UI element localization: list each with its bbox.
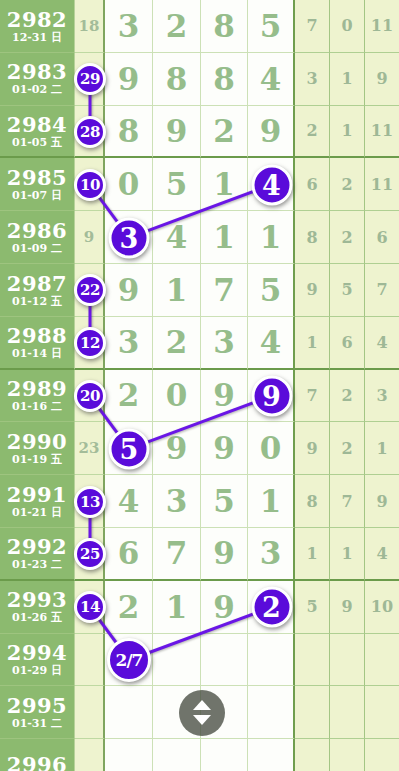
digit-cell: 9 [153,422,201,475]
digit-cell: 3 [105,0,153,53]
digit-cell: 8 [105,106,153,159]
digit-cell [201,634,248,687]
circled-digit-marker: 3 [109,217,150,258]
stat-cell: 2 [330,158,365,211]
draw-date: 01-05 五 [12,137,62,149]
sum-cell: 9 [75,211,105,264]
draw-label-cell: 2996 [0,739,75,771]
digit-cell: 9 [201,581,248,634]
draw-label-cell: 2989 01-16 二 [0,370,75,423]
stat-cell: 9 [295,264,330,317]
digit-cell: 4 [105,475,153,528]
stat-cell [295,686,330,739]
digit-cell: 2 [201,106,248,159]
draw-label-cell: 2984 01-05 五 [0,106,75,159]
stat-cell [365,634,399,687]
draw-date: 01-12 五 [12,296,62,308]
stat-cell: 10 [365,581,399,634]
stat-cell: 4 [365,528,399,581]
digit-cell: 8 [201,0,248,53]
digit-cell: 4 [248,317,295,370]
stat-cell: 5 [295,581,330,634]
stat-cell: 3 [295,53,330,106]
draw-label-cell: 2991 01-21 日 [0,475,75,528]
stat-cell: 11 [365,0,399,53]
digit-cell: 8 [153,53,201,106]
draw-label-cell: 2983 01-02 二 [0,53,75,106]
digit-cell: 9 [201,528,248,581]
digit-cell: 5 [248,0,295,53]
draw-number: 2993 [7,589,67,611]
digit-cell: 5 [248,264,295,317]
digit-cell [248,739,295,771]
draw-label-cell: 2992 01-23 二 [0,528,75,581]
up-arrow-icon [193,700,211,710]
sum-cell [75,739,105,771]
circled-sum-marker: 25 [74,538,106,570]
digit-cell: 1 [201,211,248,264]
draw-date: 01-31 二 [12,718,62,730]
digit-cell [248,686,295,739]
draw-date: 01-19 五 [12,454,62,466]
stat-cell: 9 [365,475,399,528]
circled-digit-marker: 2/7 [107,638,151,682]
draw-number: 2988 [7,325,67,347]
draw-date: 01-23 二 [12,559,62,571]
digit-cell: 1 [201,158,248,211]
digit-cell [105,739,153,771]
stat-cell: 2 [330,422,365,475]
digit-cell: 0 [248,422,295,475]
draw-number: 2989 [7,378,67,400]
draw-label-cell: 2982 12-31 日 [0,0,75,53]
draw-number: 2982 [7,9,67,31]
stat-cell: 4 [365,317,399,370]
stat-cell: 11 [365,158,399,211]
draw-label-cell: 2995 01-31 二 [0,686,75,739]
stat-cell: 8 [295,211,330,264]
stat-cell: 5 [330,264,365,317]
stat-cell: 1 [365,422,399,475]
stat-cell: 0 [330,0,365,53]
draw-number: 2992 [7,536,67,558]
digit-cell: 2 [105,370,153,423]
stat-cell: 1 [295,317,330,370]
draw-label-cell: 2988 01-14 日 [0,317,75,370]
draw-number: 2984 [7,114,67,136]
draw-date: 12-31 日 [12,32,62,44]
stat-cell: 7 [295,0,330,53]
digit-cell: 3 [153,475,201,528]
digit-cell: 1 [248,211,295,264]
draw-label-cell: 2987 01-12 五 [0,264,75,317]
stat-cell: 3 [365,370,399,423]
draw-label-cell: 2994 01-29 日 [0,634,75,687]
draw-number: 2991 [7,484,67,506]
digit-cell: 2 [153,0,201,53]
draw-date: 01-29 日 [12,665,62,677]
digit-cell: 9 [153,106,201,159]
draw-number: 2995 [7,695,67,717]
draw-number: 2986 [7,220,67,242]
circled-sum-marker: 10 [74,169,106,201]
stat-cell: 9 [330,581,365,634]
circled-digit-marker: 4 [251,164,292,205]
stat-cell: 11 [365,106,399,159]
digit-cell: 4 [248,53,295,106]
circled-sum-marker: 28 [74,116,106,148]
digit-cell: 6 [105,528,153,581]
stat-cell: 2 [330,370,365,423]
stat-cell: 9 [295,422,330,475]
draw-number: 2987 [7,273,67,295]
down-arrow-icon [193,715,211,725]
circled-digit-marker: 9 [251,376,292,417]
digit-cell: 1 [153,581,201,634]
digit-cell: 3 [105,317,153,370]
circled-sum-marker: 22 [74,274,106,306]
stat-cell [330,634,365,687]
circled-sum-marker: 29 [74,63,106,95]
draw-date: 01-21 日 [12,507,62,519]
draw-label-cell: 2986 01-09 二 [0,211,75,264]
digit-cell: 9 [105,264,153,317]
stat-cell: 1 [295,528,330,581]
stat-cell: 1 [330,53,365,106]
stat-cell: 8 [295,475,330,528]
digit-cell: 2 [153,317,201,370]
stat-cell: 6 [365,211,399,264]
circled-digit-marker: 5 [109,428,150,469]
stat-cell [295,739,330,771]
digit-cell: 7 [153,528,201,581]
draw-label-cell: 2990 01-19 五 [0,422,75,475]
digit-cell: 3 [201,317,248,370]
draw-number: 2994 [7,642,67,664]
draw-date: 01-26 五 [12,612,62,624]
draw-date: 01-09 二 [12,243,62,255]
stat-cell: 1 [330,106,365,159]
digit-cell: 9 [105,53,153,106]
circled-sum-marker: 20 [74,380,106,412]
digit-cell: 4 [153,211,201,264]
circled-digit-marker: 2 [251,587,292,628]
draw-number: 2996 [7,754,67,771]
stat-cell: 7 [365,264,399,317]
digit-cell: 9 [201,370,248,423]
trend-chart-board: 2982 12-31 日 18 3 2 8 5 7 0 11 2983 01-0… [0,0,399,771]
stat-cell [365,686,399,739]
digit-cell: 1 [153,264,201,317]
draw-number: 2983 [7,61,67,83]
digit-cell [153,634,201,687]
scroll-toggle-button[interactable] [179,690,225,736]
digit-cell [153,739,201,771]
sum-cell: 18 [75,0,105,53]
stat-cell: 7 [295,370,330,423]
stat-cell: 1 [330,528,365,581]
trend-chart-grid: 2982 12-31 日 18 3 2 8 5 7 0 11 2983 01-0… [0,0,399,771]
stat-cell [365,739,399,771]
sum-cell [75,634,105,687]
digit-cell: 2 [105,581,153,634]
digit-cell: 7 [201,264,248,317]
sum-cell [75,686,105,739]
draw-date: 01-16 二 [12,401,62,413]
stat-cell: 6 [330,317,365,370]
digit-cell: 8 [201,53,248,106]
stat-cell [330,739,365,771]
draw-date: 01-14 日 [12,348,62,360]
stat-cell [330,686,365,739]
digit-cell: 5 [153,158,201,211]
draw-number: 2985 [7,167,67,189]
circled-sum-marker: 14 [74,591,106,623]
draw-label-cell: 2993 01-26 五 [0,581,75,634]
stat-cell [295,634,330,687]
draw-date: 01-02 二 [12,84,62,96]
digit-cell: 0 [105,158,153,211]
stat-cell: 9 [365,53,399,106]
digit-cell: 3 [248,528,295,581]
stat-cell: 6 [295,158,330,211]
circled-sum-marker: 12 [74,327,106,359]
stat-cell: 2 [330,211,365,264]
stat-cell: 7 [330,475,365,528]
circled-sum-marker: 13 [74,486,106,518]
draw-date: 01-07 日 [12,190,62,202]
draw-label-cell: 2985 01-07 日 [0,158,75,211]
digit-cell [105,686,153,739]
digit-cell: 5 [201,475,248,528]
digit-cell: 9 [201,422,248,475]
digit-cell: 0 [153,370,201,423]
digit-cell: 9 [248,106,295,159]
stat-cell: 2 [295,106,330,159]
draw-number: 2990 [7,431,67,453]
sum-cell: 23 [75,422,105,475]
digit-cell [201,739,248,771]
digit-cell: 1 [248,475,295,528]
digit-cell [248,634,295,687]
